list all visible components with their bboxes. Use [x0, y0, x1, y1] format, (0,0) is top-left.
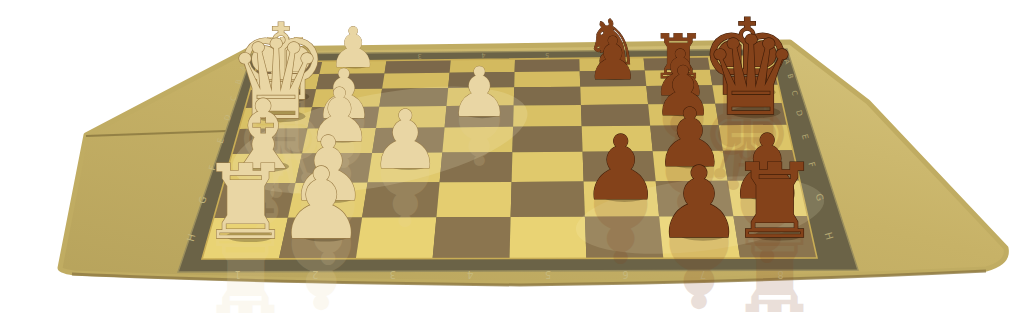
square-f5[interactable] — [512, 152, 584, 182]
piece-white-pawn-h2[interactable]: ♟♟ — [277, 146, 366, 316]
black-pawn-icon: ♟ — [581, 116, 661, 220]
rank-label-far-5: 5 — [545, 51, 549, 59]
piece-black-pawn-g6[interactable]: ♟♟ — [581, 116, 661, 282]
chess-board: 1122334455667788AABBCCDDEEFFGGHH♟♞♜♜♟♚♚♚… — [0, 0, 1020, 316]
piece-white-pawn-f3[interactable]: ♟♟ — [369, 93, 442, 243]
rank-label-far-3: 3 — [418, 52, 422, 60]
white-pawn-icon: ♟ — [449, 53, 510, 132]
square-g4[interactable] — [436, 182, 511, 217]
square-h5[interactable] — [510, 217, 587, 259]
square-h4[interactable] — [433, 217, 511, 259]
rank-label-near-5: 5 — [545, 269, 551, 280]
black-pawn-icon: ♟ — [655, 145, 744, 260]
piece-black-pawn-b6[interactable]: ♟ — [586, 24, 639, 93]
piece-white-pawn-d4[interactable]: ♟♟ — [449, 53, 510, 179]
white-pawn-icon: ♟ — [369, 93, 442, 187]
square-b5[interactable] — [514, 71, 580, 87]
rank-label-near-4: 4 — [467, 269, 473, 280]
square-g5[interactable] — [511, 182, 585, 218]
black-pawn-icon: ♟ — [586, 24, 639, 93]
square-c5[interactable] — [514, 87, 581, 106]
white-pawn-icon: ♟ — [277, 146, 366, 261]
chessboard-photo: 1122334455667788AABBCCDDEEFFGGHH♟♞♜♜♟♚♚♚… — [0, 0, 1020, 316]
square-a3[interactable] — [385, 60, 451, 74]
piece-black-pawn-h7[interactable]: ♟♟ — [655, 145, 744, 316]
square-b3[interactable] — [382, 73, 450, 89]
square-a5[interactable] — [515, 58, 580, 72]
square-e5[interactable] — [512, 126, 582, 152]
rank-label-near-3: 3 — [390, 269, 396, 280]
